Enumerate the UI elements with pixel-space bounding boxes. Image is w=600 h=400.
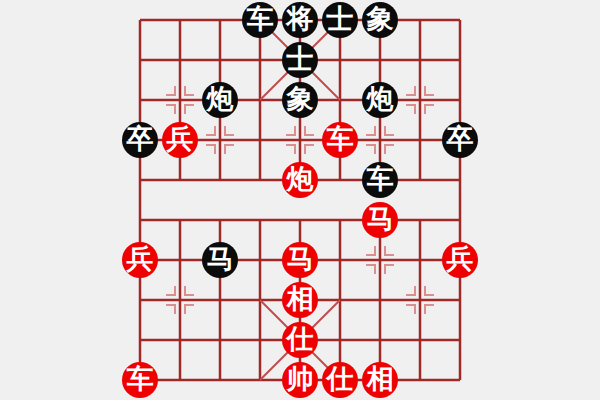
red-horse-piece[interactable]: 马 (282, 242, 318, 278)
board-point-7-3[interactable] (400, 120, 440, 160)
board-point-6-2[interactable]: 炮 (360, 80, 400, 120)
board-point-1-0[interactable] (160, 0, 200, 40)
board-point-0-0[interactable] (120, 0, 160, 40)
board-point-3-8[interactable] (240, 320, 280, 360)
red-elephant-piece[interactable]: 相 (282, 282, 318, 318)
board-point-0-1[interactable] (120, 40, 160, 80)
board-point-7-4[interactable] (400, 160, 440, 200)
board-point-0-5[interactable] (120, 200, 160, 240)
red-general-piece[interactable]: 帅 (282, 362, 318, 398)
board-point-7-8[interactable] (400, 320, 440, 360)
board-point-1-6[interactable] (160, 240, 200, 280)
black-general-piece[interactable]: 将 (282, 2, 318, 38)
board-point-3-1[interactable] (240, 40, 280, 80)
board-point-2-1[interactable] (200, 40, 240, 80)
board-point-5-1[interactable] (320, 40, 360, 80)
board-point-3-2[interactable] (240, 80, 280, 120)
board-point-1-9[interactable] (160, 360, 200, 400)
board-point-7-2[interactable] (400, 80, 440, 120)
board-point-6-5[interactable]: 马 (360, 200, 400, 240)
board-point-8-4[interactable] (440, 160, 480, 200)
board-point-5-7[interactable] (320, 280, 360, 320)
board-point-0-3[interactable]: 卒 (120, 120, 160, 160)
board-point-2-4[interactable] (200, 160, 240, 200)
board-point-0-6[interactable]: 兵 (120, 240, 160, 280)
board-point-0-9[interactable]: 车 (120, 360, 160, 400)
board-point-6-6[interactable] (360, 240, 400, 280)
board-point-2-3[interactable] (200, 120, 240, 160)
board-point-3-9[interactable] (240, 360, 280, 400)
board-point-4-3[interactable] (280, 120, 320, 160)
board-point-6-3[interactable] (360, 120, 400, 160)
board-point-7-6[interactable] (400, 240, 440, 280)
board-point-3-5[interactable] (240, 200, 280, 240)
board-point-8-8[interactable] (440, 320, 480, 360)
board-point-2-8[interactable] (200, 320, 240, 360)
board-point-6-9[interactable]: 相 (360, 360, 400, 400)
red-horse-piece[interactable]: 马 (362, 202, 398, 238)
board-point-4-5[interactable] (280, 200, 320, 240)
board-point-5-0[interactable]: 士 (320, 0, 360, 40)
board-point-8-3[interactable]: 卒 (440, 120, 480, 160)
board-point-1-2[interactable] (160, 80, 200, 120)
board-point-1-5[interactable] (160, 200, 200, 240)
black-chariot-piece[interactable]: 车 (362, 162, 398, 198)
board-point-2-7[interactable] (200, 280, 240, 320)
black-advisor-piece[interactable]: 士 (322, 2, 358, 38)
board-point-3-0[interactable]: 车 (240, 0, 280, 40)
board-point-2-2[interactable]: 炮 (200, 80, 240, 120)
board-point-8-7[interactable] (440, 280, 480, 320)
board-point-7-0[interactable] (400, 0, 440, 40)
board-point-3-6[interactable] (240, 240, 280, 280)
board-point-8-1[interactable] (440, 40, 480, 80)
board-point-4-4[interactable]: 炮 (280, 160, 320, 200)
board-point-3-7[interactable] (240, 280, 280, 320)
board-point-8-6[interactable]: 兵 (440, 240, 480, 280)
board-point-6-8[interactable] (360, 320, 400, 360)
board-point-4-2[interactable]: 象 (280, 80, 320, 120)
red-soldier-piece[interactable]: 兵 (162, 122, 198, 158)
board-point-2-9[interactable] (200, 360, 240, 400)
red-advisor-piece[interactable]: 仕 (322, 362, 358, 398)
board-point-5-3[interactable]: 车 (320, 120, 360, 160)
board-point-7-1[interactable] (400, 40, 440, 80)
board-point-0-4[interactable] (120, 160, 160, 200)
board-point-grid: 车将士象士炮象炮卒兵车卒炮车马兵马马兵相仕车帅仕相 (120, 0, 480, 400)
board-point-5-5[interactable] (320, 200, 360, 240)
black-soldier-piece[interactable]: 卒 (442, 122, 478, 158)
board-point-0-2[interactable] (120, 80, 160, 120)
board-point-8-9[interactable] (440, 360, 480, 400)
black-cannon-piece[interactable]: 炮 (362, 82, 398, 118)
black-cannon-piece[interactable]: 炮 (202, 82, 238, 118)
board-point-4-6[interactable]: 马 (280, 240, 320, 280)
black-elephant-piece[interactable]: 象 (282, 82, 318, 118)
board-point-5-2[interactable] (320, 80, 360, 120)
board-point-0-7[interactable] (120, 280, 160, 320)
red-advisor-piece[interactable]: 仕 (282, 322, 318, 358)
board-point-8-5[interactable] (440, 200, 480, 240)
board-point-4-7[interactable]: 相 (280, 280, 320, 320)
board-point-5-9[interactable]: 仕 (320, 360, 360, 400)
red-elephant-piece[interactable]: 相 (362, 362, 398, 398)
board-point-7-7[interactable] (400, 280, 440, 320)
board-point-1-3[interactable]: 兵 (160, 120, 200, 160)
board-point-4-8[interactable]: 仕 (280, 320, 320, 360)
board-point-3-3[interactable] (240, 120, 280, 160)
black-advisor-piece[interactable]: 士 (282, 42, 318, 78)
red-chariot-piece[interactable]: 车 (322, 122, 358, 158)
board-point-6-4[interactable]: 车 (360, 160, 400, 200)
board-point-4-1[interactable]: 士 (280, 40, 320, 80)
board-point-5-6[interactable] (320, 240, 360, 280)
board-point-8-0[interactable] (440, 0, 480, 40)
xiangqi-board: 车将士象士炮象炮卒兵车卒炮车马兵马马兵相仕车帅仕相 (120, 0, 480, 400)
board-point-6-0[interactable]: 象 (360, 0, 400, 40)
board-point-2-5[interactable] (200, 200, 240, 240)
board-point-1-1[interactable] (160, 40, 200, 80)
board-point-4-0[interactable]: 将 (280, 0, 320, 40)
red-soldier-piece[interactable]: 兵 (442, 242, 478, 278)
red-cannon-piece[interactable]: 炮 (282, 162, 318, 198)
board-point-3-4[interactable] (240, 160, 280, 200)
board-point-2-0[interactable] (200, 0, 240, 40)
black-elephant-piece[interactable]: 象 (362, 2, 398, 38)
board-point-1-4[interactable] (160, 160, 200, 200)
board-point-6-1[interactable] (360, 40, 400, 80)
board-point-7-5[interactable] (400, 200, 440, 240)
board-point-5-8[interactable] (320, 320, 360, 360)
board-point-4-9[interactable]: 帅 (280, 360, 320, 400)
red-soldier-piece[interactable]: 兵 (122, 242, 158, 278)
board-point-5-4[interactable] (320, 160, 360, 200)
board-point-8-2[interactable] (440, 80, 480, 120)
board-point-1-7[interactable] (160, 280, 200, 320)
board-point-0-8[interactable] (120, 320, 160, 360)
black-soldier-piece[interactable]: 卒 (122, 122, 158, 158)
board-point-1-8[interactable] (160, 320, 200, 360)
board-point-6-7[interactable] (360, 280, 400, 320)
board-point-2-6[interactable]: 马 (200, 240, 240, 280)
red-chariot-piece[interactable]: 车 (122, 362, 158, 398)
black-chariot-piece[interactable]: 车 (242, 2, 278, 38)
board-point-7-9[interactable] (400, 360, 440, 400)
black-horse-piece[interactable]: 马 (202, 242, 238, 278)
